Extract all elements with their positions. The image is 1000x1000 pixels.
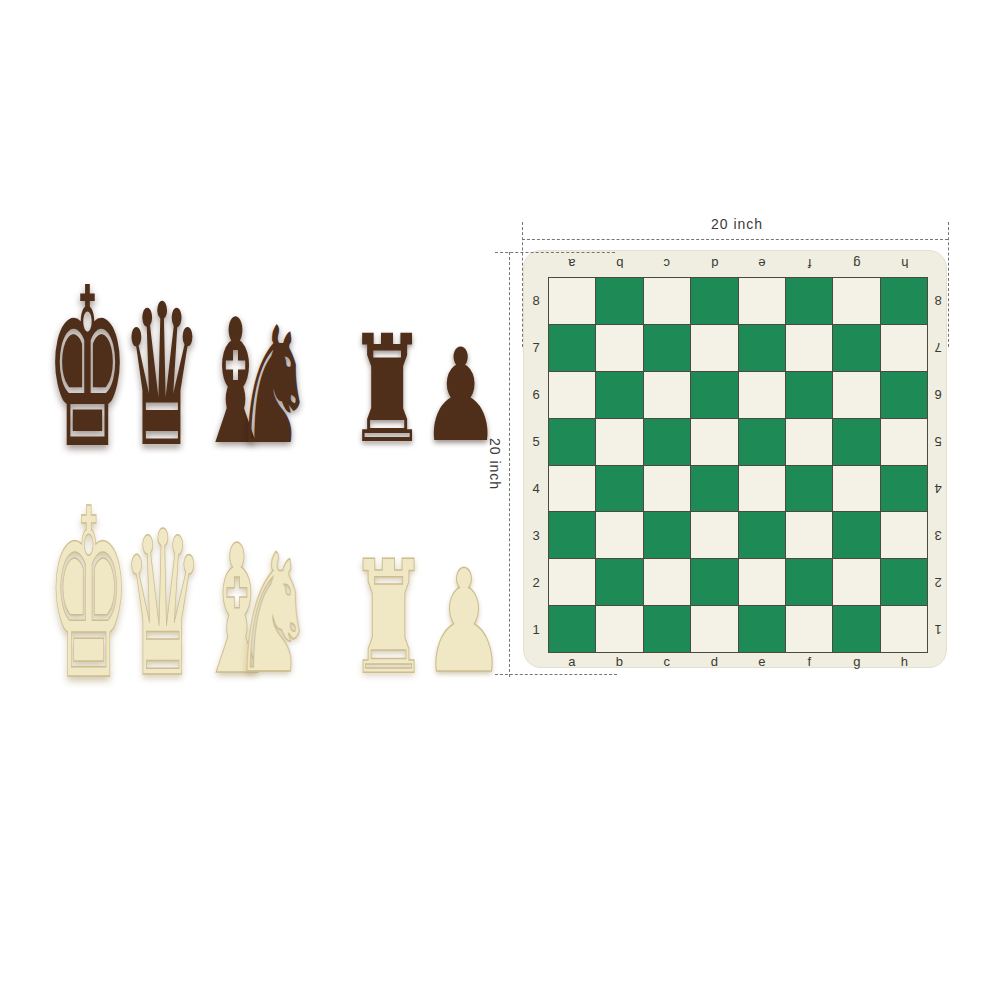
rank-label-3: 3 (928, 512, 948, 559)
square-c4 (644, 466, 690, 512)
piece-light-pawn: ♟ (422, 551, 472, 693)
square-a6 (549, 372, 595, 418)
rank-label-1: 1 (928, 606, 948, 653)
file-labels-bottom: abcdefgh (548, 653, 928, 669)
square-c7 (644, 325, 690, 371)
square-a7 (549, 325, 595, 371)
square-c2 (644, 559, 690, 605)
file-label-d: d (691, 653, 739, 669)
square-d2 (691, 559, 737, 605)
chess-board-grid (548, 277, 928, 653)
file-label-e: e (738, 251, 786, 277)
square-d7 (691, 325, 737, 371)
file-label-b: b (596, 251, 644, 277)
square-a4 (549, 466, 595, 512)
piece-light-rook: ♜ (348, 540, 392, 696)
rank-label-6: 6 (524, 371, 548, 418)
width-dimension-tick-right (948, 222, 949, 347)
square-c6 (644, 372, 690, 418)
product-image: ♚♛♝♞♜♟ ♚♛♝♞♜♟ abcdefgh abcdefgh 87654321… (0, 0, 1000, 1000)
square-e7 (739, 325, 785, 371)
file-label-h: h (881, 653, 929, 669)
file-label-a: a (548, 653, 596, 669)
file-label-f: f (786, 653, 834, 669)
square-f1 (786, 606, 832, 652)
height-dimension-tick-top (495, 252, 615, 253)
file-label-g: g (833, 653, 881, 669)
file-label-b: b (596, 653, 644, 669)
piece-light-queen: ♛ (122, 505, 157, 705)
square-a3 (549, 512, 595, 558)
square-e6 (739, 372, 785, 418)
square-f5 (786, 419, 832, 465)
piece-dark-bishop: ♝ (197, 297, 235, 469)
square-e8 (739, 278, 785, 324)
square-g1 (833, 606, 879, 652)
width-dimension-tick-left (522, 222, 523, 347)
square-b2 (596, 559, 642, 605)
square-h5 (881, 419, 927, 465)
rank-label-2: 2 (524, 559, 548, 606)
square-a2 (549, 559, 595, 605)
square-f8 (786, 278, 832, 324)
rank-label-2: 2 (928, 559, 948, 606)
file-labels-top: abcdefgh (548, 251, 928, 277)
square-h2 (881, 559, 927, 605)
square-c1 (644, 606, 690, 652)
square-g3 (833, 512, 879, 558)
square-e5 (739, 419, 785, 465)
square-e1 (739, 606, 785, 652)
square-b4 (596, 466, 642, 512)
square-b3 (596, 512, 642, 558)
rank-label-5: 5 (524, 418, 548, 465)
square-h8 (881, 278, 927, 324)
square-b5 (596, 419, 642, 465)
square-h7 (881, 325, 927, 371)
piece-dark-knight: ♞ (272, 305, 315, 467)
piece-light-knight: ♞ (272, 533, 315, 697)
square-g5 (833, 419, 879, 465)
rank-label-4: 4 (928, 465, 948, 512)
file-label-h: h (881, 251, 929, 277)
square-b1 (596, 606, 642, 652)
square-g7 (833, 325, 879, 371)
square-e2 (739, 559, 785, 605)
piece-light-bishop: ♝ (197, 522, 235, 700)
chess-board-mat: abcdefgh abcdefgh 87654321 87654321 (523, 250, 947, 668)
piece-dark-queen: ♛ (122, 278, 157, 474)
square-d8 (691, 278, 737, 324)
square-e4 (739, 466, 785, 512)
square-a5 (549, 419, 595, 465)
square-f6 (786, 372, 832, 418)
rank-label-1: 1 (524, 606, 548, 653)
rank-label-7: 7 (928, 324, 948, 371)
square-h3 (881, 512, 927, 558)
square-d3 (691, 512, 737, 558)
square-d1 (691, 606, 737, 652)
piece-dark-pawn: ♟ (420, 332, 473, 460)
square-f4 (786, 466, 832, 512)
square-f3 (786, 512, 832, 558)
square-c3 (644, 512, 690, 558)
square-a1 (549, 606, 595, 652)
square-f7 (786, 325, 832, 371)
width-dimension-line (522, 239, 948, 240)
square-g2 (833, 559, 879, 605)
piece-dark-rook: ♜ (347, 316, 393, 464)
rank-label-4: 4 (524, 465, 548, 512)
square-b7 (596, 325, 642, 371)
square-c8 (644, 278, 690, 324)
square-a8 (549, 278, 595, 324)
rank-label-6: 6 (928, 371, 948, 418)
square-h4 (881, 466, 927, 512)
file-label-c: c (643, 653, 691, 669)
file-label-f: f (786, 251, 834, 277)
rank-label-5: 5 (928, 418, 948, 465)
square-h6 (881, 372, 927, 418)
dark-piece-row: ♚♛♝♞♜♟ (24, 250, 486, 432)
square-g8 (833, 278, 879, 324)
file-label-a: a (548, 251, 596, 277)
square-d6 (691, 372, 737, 418)
light-piece-row: ♚♛♝♞♜♟ (24, 478, 486, 662)
height-dimension-tick-bottom (495, 674, 617, 675)
square-d5 (691, 419, 737, 465)
square-g4 (833, 466, 879, 512)
square-d4 (691, 466, 737, 512)
file-label-d: d (691, 251, 739, 277)
rank-label-8: 8 (928, 277, 948, 324)
rank-labels-left: 87654321 (524, 277, 548, 653)
height-dimension-line (509, 252, 510, 677)
square-b8 (596, 278, 642, 324)
square-e3 (739, 512, 785, 558)
rank-label-8: 8 (524, 277, 548, 324)
file-label-c: c (643, 251, 691, 277)
square-b6 (596, 372, 642, 418)
file-label-g: g (833, 251, 881, 277)
square-g6 (833, 372, 879, 418)
rank-label-3: 3 (524, 512, 548, 559)
board-height-dimension-label: 20 inch (487, 384, 503, 544)
piece-light-king: ♚ (47, 478, 77, 712)
board-width-dimension-label: 20 inch (657, 216, 817, 232)
rank-label-7: 7 (524, 324, 548, 371)
square-h1 (881, 606, 927, 652)
piece-dark-king: ♚ (46, 259, 78, 479)
file-label-e: e (738, 653, 786, 669)
square-c5 (644, 419, 690, 465)
rank-labels-right: 87654321 (928, 277, 948, 653)
square-f2 (786, 559, 832, 605)
